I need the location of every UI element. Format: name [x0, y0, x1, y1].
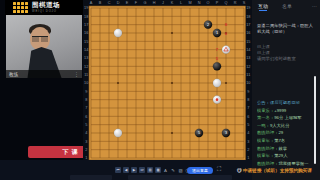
purchase-notice: ◎ 申请链接（试听）支持预约购买课 [237, 168, 319, 174]
chat-message: 棋童乐：+9999 [257, 108, 312, 114]
board-coordinate-label: 19 [84, 6, 88, 10]
chat-message: 教练助理：鼓掌 [257, 146, 312, 152]
board-coordinate-label: 11 [246, 73, 250, 77]
nav-button-icon[interactable]: ⏭ [139, 167, 145, 173]
board-coordinate-label: 7 [247, 106, 249, 110]
last-move-dot [216, 98, 219, 101]
board-coordinate-label: 15 [84, 40, 88, 44]
board-coordinate-label: 18 [84, 15, 88, 19]
black-stone-P12 [213, 62, 221, 70]
board-coordinate-label: 14 [84, 48, 88, 52]
board-coordinate-label: 5 [247, 123, 249, 127]
announcement-line-2: 机大战（回放） [257, 29, 317, 35]
tool-icon[interactable]: A [163, 167, 168, 173]
chat-message: 棋童年：第29人 [257, 153, 312, 159]
chat-message: 一鸣：9人大比分 [257, 123, 312, 129]
white-stone-D4 [114, 129, 122, 137]
board-coordinate-label: 11 [84, 73, 88, 77]
webcam-name-bar: 教练 ⋮ [6, 70, 82, 78]
notice-bullet-icon: ◎ [237, 168, 242, 173]
fullscreen-icon[interactable]: ⛶ [217, 166, 221, 173]
brand-subtitle: WEIQI DOJO [32, 10, 60, 13]
panel-tabs: 互动 名单 [258, 3, 292, 11]
board-coordinate-label: E [126, 1, 129, 5]
board-coordinate-label: 15 [246, 40, 250, 44]
board-coordinate-label: J [162, 1, 164, 5]
board-coordinate-label: 2 [85, 148, 87, 152]
teacher-name-label: 教练 [9, 72, 18, 77]
board-coordinate-label: Q [225, 1, 228, 5]
brand-logo-dots-icon [13, 2, 28, 13]
board-coordinate-label: 16 [84, 31, 88, 35]
board-coordinate-label: 5 [85, 123, 87, 127]
board-coordinate-label: 13 [84, 56, 88, 60]
board-coordinate-label: 6 [247, 115, 249, 119]
notice-line: 请同学们准时进教室 [257, 56, 317, 62]
board-coordinate-label: 19 [246, 6, 250, 10]
chat-message: 棋童年：第7名 [257, 138, 312, 144]
chat-message: 教练助理：29 [257, 130, 312, 136]
nav-button-icon[interactable]: ◀ [123, 167, 129, 173]
board-coordinate-label: B [99, 1, 102, 5]
exit-review-button[interactable]: 退出复盘 [187, 167, 213, 174]
nav-button-icon[interactable]: ▦ [155, 167, 161, 173]
board-coordinate-label: 9 [85, 90, 87, 94]
chat-message: 公告：课后可观看回放 [257, 100, 312, 106]
board-coordinate-label: 14 [246, 48, 250, 52]
chat-message: 教练助理：我觉得要掌握一套高效的复盘方法才能进步 [257, 161, 312, 166]
tab-interaction[interactable]: 互动 [258, 3, 268, 11]
go-board[interactable]: AABBCCDDEEFFGGHHJJKKLLMMNNOOPPQQRRSS1919… [83, 0, 252, 169]
white-stone-P10 [213, 79, 221, 87]
board-coordinate-label: 10 [84, 81, 88, 85]
board-coordinate-label: C [108, 1, 111, 5]
tool-icon[interactable]: ▧ [178, 167, 183, 173]
board-coordinate-label: 10 [246, 81, 250, 85]
panel-more-icon[interactable]: ⋯ [312, 3, 317, 9]
board-coordinate-label: D [117, 1, 120, 5]
board-coordinate-label: 16 [246, 31, 250, 35]
board-coordinate-label: O [207, 1, 210, 5]
board-coordinate-label: 13 [246, 56, 250, 60]
chat-message-list[interactable]: 公告：课后可观看回放棋童乐：+9999第一名：96分 上届冠军一鸣：9人大比分教… [257, 100, 312, 166]
board-coordinate-label: 2 [247, 148, 249, 152]
brand-header: 围棋道场 WEIQI DOJO [5, 0, 85, 15]
system-notices: 已上课 已上课 请同学们准时进教室 [257, 44, 317, 63]
person-glasses [32, 36, 48, 42]
board-coordinate-label: 17 [246, 23, 250, 27]
board-coordinate-label: 4 [85, 131, 87, 135]
app-window: 围棋道场 WEIQI DOJO 教练 ⋮ 下课 要提问请举手，等待连麦 课堂区，… [0, 0, 320, 180]
brand-title: 围棋道场 [32, 2, 60, 9]
board-coordinate-label: 9 [247, 90, 249, 94]
white-stone-D16 [114, 29, 122, 37]
tool-icon[interactable]: ✎ [171, 167, 176, 173]
bottom-strip-left [70, 175, 112, 180]
move-nav-buttons: ⏮◀▶⏭▤▦ [115, 167, 161, 173]
board-coordinate-label: K [171, 1, 174, 5]
board-coordinate-label: P [216, 1, 219, 5]
board-coordinate-label: N [198, 1, 201, 5]
chat-scrollbar[interactable] [314, 76, 317, 164]
nav-button-icon[interactable]: ▤ [147, 167, 153, 173]
board-coordinate-label: H [153, 1, 156, 5]
board-coordinate-label: F [135, 1, 138, 5]
chat-message: 第一名：96分 上届冠军 [257, 115, 312, 121]
purchase-notice-text: 申请链接（试听）支持预约购买课 [243, 168, 312, 173]
board-coordinate-label: A [90, 1, 93, 5]
tab-roster[interactable]: 名单 [282, 3, 292, 11]
board-coordinate-label: 3 [247, 140, 249, 144]
nav-button-icon[interactable]: ▶ [131, 167, 137, 173]
nav-button-icon[interactable]: ⏮ [115, 167, 121, 173]
board-coordinate-label: 7 [85, 106, 87, 110]
board-coordinate-label: 4 [247, 131, 249, 135]
webcam-menu-icon[interactable]: ⋮ [74, 71, 79, 77]
board-coordinate-label: 12 [84, 65, 88, 69]
webcam-video: 教练 ⋮ [6, 15, 82, 78]
board-coordinate-label: 3 [85, 140, 87, 144]
board-coordinate-label: 18 [246, 15, 250, 19]
board-coordinate-label: 8 [85, 98, 87, 102]
board-coordinate-label: L [180, 1, 182, 5]
board-coordinate-label: 8 [247, 98, 249, 102]
board-coordinate-label: R [234, 1, 237, 5]
board-coordinate-label: 6 [85, 115, 87, 119]
board-coordinate-label: 17 [84, 23, 88, 27]
lecture-announcement: 聂道二周年快闪一战：巨匠人 机大战（回放） [257, 23, 317, 36]
board-coordinate-label: S [243, 1, 246, 5]
board-coordinate-label: 12 [246, 65, 250, 69]
board-coordinate-label: M [188, 1, 191, 5]
board-coordinate-label: G [144, 1, 147, 5]
bottom-strip-right [128, 175, 232, 180]
